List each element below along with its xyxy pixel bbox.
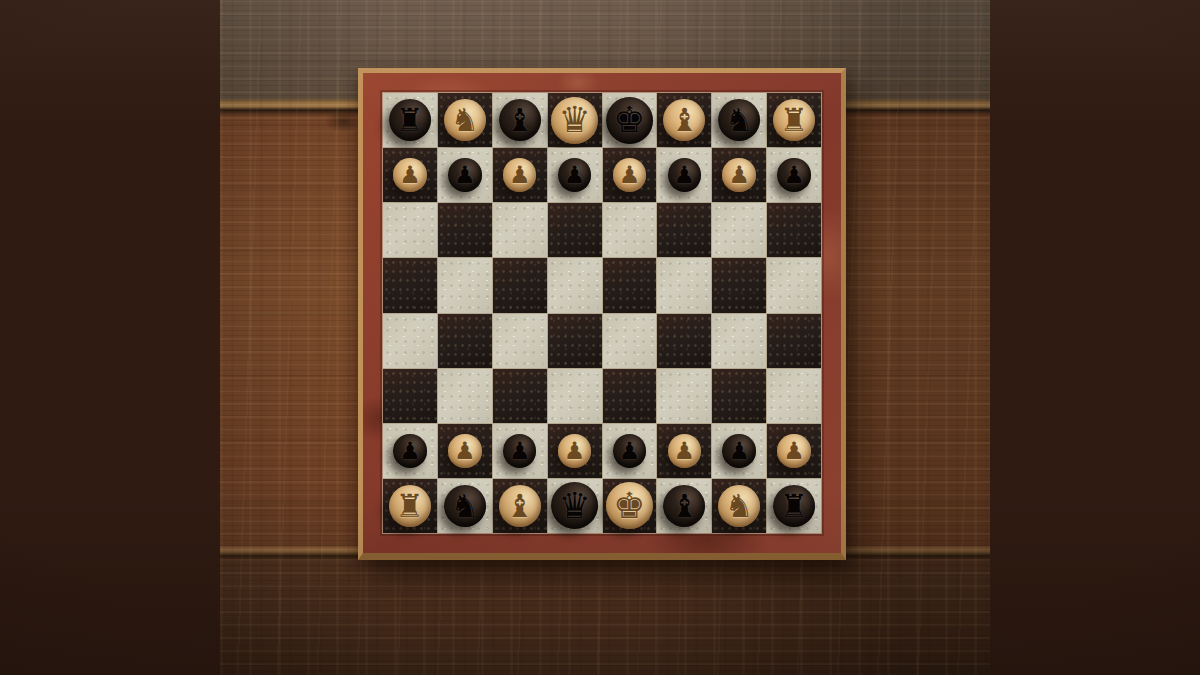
square-c2[interactable]: ♟ xyxy=(493,424,547,478)
piece-black-knight-b1[interactable]: ♞ xyxy=(444,485,486,527)
piece-white-queen-d8[interactable]: ♛ xyxy=(551,97,598,144)
square-d1[interactable]: ♛ xyxy=(548,479,602,533)
square-g5[interactable] xyxy=(712,258,766,312)
piece-black-pawn-g2[interactable]: ♟ xyxy=(722,434,755,468)
square-b5[interactable] xyxy=(438,258,492,312)
square-d3[interactable] xyxy=(548,369,602,423)
piece-black-pawn-d7[interactable]: ♟ xyxy=(558,158,591,192)
square-g3[interactable] xyxy=(712,369,766,423)
square-f3[interactable] xyxy=(657,369,711,423)
square-c1[interactable]: ♝ xyxy=(493,479,547,533)
square-g2[interactable]: ♟ xyxy=(712,424,766,478)
square-h8[interactable]: ♜ xyxy=(767,93,821,147)
square-e6[interactable] xyxy=(603,203,657,257)
square-c7[interactable]: ♟ xyxy=(493,148,547,202)
piece-black-bishop-f1[interactable]: ♝ xyxy=(663,485,705,527)
square-d8[interactable]: ♛ xyxy=(548,93,602,147)
piece-white-pawn-h2[interactable]: ♟ xyxy=(777,434,810,468)
square-d6[interactable] xyxy=(548,203,602,257)
square-f1[interactable]: ♝ xyxy=(657,479,711,533)
square-e1[interactable]: ♚ xyxy=(603,479,657,533)
square-c5[interactable] xyxy=(493,258,547,312)
piece-black-pawn-a2[interactable]: ♟ xyxy=(393,434,426,468)
piece-black-pawn-b7[interactable]: ♟ xyxy=(448,158,481,192)
square-h5[interactable] xyxy=(767,258,821,312)
square-f8[interactable]: ♝ xyxy=(657,93,711,147)
square-g4[interactable] xyxy=(712,314,766,368)
square-f5[interactable] xyxy=(657,258,711,312)
square-c3[interactable] xyxy=(493,369,547,423)
square-a2[interactable]: ♟ xyxy=(383,424,437,478)
chess-board: ♜♞♝♛♚♝♞♜♟♟♟♟♟♟♟♟♟♟♟♟♟♟♟♟♜♞♝♛♚♝♞♜ xyxy=(358,68,846,560)
piece-black-king-e8[interactable]: ♚ xyxy=(606,97,653,144)
square-d2[interactable]: ♟ xyxy=(548,424,602,478)
square-h4[interactable] xyxy=(767,314,821,368)
square-c8[interactable]: ♝ xyxy=(493,93,547,147)
piece-black-pawn-c2[interactable]: ♟ xyxy=(503,434,536,468)
piece-white-pawn-c7[interactable]: ♟ xyxy=(503,158,536,192)
square-e7[interactable]: ♟ xyxy=(603,148,657,202)
letterbox-bar-right xyxy=(990,0,1200,675)
square-f2[interactable]: ♟ xyxy=(657,424,711,478)
piece-white-knight-b8[interactable]: ♞ xyxy=(444,99,486,141)
piece-black-rook-a8[interactable]: ♜ xyxy=(389,99,431,141)
piece-white-rook-h8[interactable]: ♜ xyxy=(773,99,815,141)
square-e4[interactable] xyxy=(603,314,657,368)
letterbox-bar-left xyxy=(0,0,220,675)
piece-white-pawn-f2[interactable]: ♟ xyxy=(668,434,701,468)
square-d5[interactable] xyxy=(548,258,602,312)
square-b8[interactable]: ♞ xyxy=(438,93,492,147)
piece-black-pawn-h7[interactable]: ♟ xyxy=(777,158,810,192)
square-b3[interactable] xyxy=(438,369,492,423)
board-frame: ♜♞♝♛♚♝♞♜♟♟♟♟♟♟♟♟♟♟♟♟♟♟♟♟♜♞♝♛♚♝♞♜ xyxy=(358,68,846,560)
square-b1[interactable]: ♞ xyxy=(438,479,492,533)
piece-black-pawn-f7[interactable]: ♟ xyxy=(668,158,701,192)
square-h3[interactable] xyxy=(767,369,821,423)
piece-white-king-e1[interactable]: ♚ xyxy=(606,482,653,529)
square-a3[interactable] xyxy=(383,369,437,423)
piece-white-pawn-d2[interactable]: ♟ xyxy=(558,434,591,468)
piece-black-queen-d1[interactable]: ♛ xyxy=(551,482,598,529)
piece-white-bishop-f8[interactable]: ♝ xyxy=(663,99,705,141)
square-d4[interactable] xyxy=(548,314,602,368)
square-h7[interactable]: ♟ xyxy=(767,148,821,202)
square-h6[interactable] xyxy=(767,203,821,257)
square-b6[interactable] xyxy=(438,203,492,257)
square-g8[interactable]: ♞ xyxy=(712,93,766,147)
piece-black-pawn-e2[interactable]: ♟ xyxy=(613,434,646,468)
piece-white-bishop-c1[interactable]: ♝ xyxy=(499,485,541,527)
square-b2[interactable]: ♟ xyxy=(438,424,492,478)
square-e8[interactable]: ♚ xyxy=(603,93,657,147)
piece-black-knight-g8[interactable]: ♞ xyxy=(718,99,760,141)
square-f7[interactable]: ♟ xyxy=(657,148,711,202)
square-a4[interactable] xyxy=(383,314,437,368)
square-a6[interactable] xyxy=(383,203,437,257)
square-e5[interactable] xyxy=(603,258,657,312)
photo-scene: ♜♞♝♛♚♝♞♜♟♟♟♟♟♟♟♟♟♟♟♟♟♟♟♟♜♞♝♛♚♝♞♜ xyxy=(0,0,1200,675)
piece-white-pawn-g7[interactable]: ♟ xyxy=(722,158,755,192)
piece-white-pawn-e7[interactable]: ♟ xyxy=(613,158,646,192)
square-c6[interactable] xyxy=(493,203,547,257)
square-g7[interactable]: ♟ xyxy=(712,148,766,202)
square-c4[interactable] xyxy=(493,314,547,368)
square-b7[interactable]: ♟ xyxy=(438,148,492,202)
square-b4[interactable] xyxy=(438,314,492,368)
piece-black-rook-h1[interactable]: ♜ xyxy=(773,485,815,527)
square-h1[interactable]: ♜ xyxy=(767,479,821,533)
square-a8[interactable]: ♜ xyxy=(383,93,437,147)
square-e2[interactable]: ♟ xyxy=(603,424,657,478)
piece-white-knight-g1[interactable]: ♞ xyxy=(718,485,760,527)
square-a5[interactable] xyxy=(383,258,437,312)
square-f4[interactable] xyxy=(657,314,711,368)
square-f6[interactable] xyxy=(657,203,711,257)
square-a7[interactable]: ♟ xyxy=(383,148,437,202)
square-g1[interactable]: ♞ xyxy=(712,479,766,533)
piece-black-bishop-c8[interactable]: ♝ xyxy=(499,99,541,141)
piece-white-pawn-a7[interactable]: ♟ xyxy=(393,158,426,192)
piece-white-rook-a1[interactable]: ♜ xyxy=(389,485,431,527)
piece-white-pawn-b2[interactable]: ♟ xyxy=(448,434,481,468)
square-g6[interactable] xyxy=(712,203,766,257)
square-h2[interactable]: ♟ xyxy=(767,424,821,478)
board-grid: ♜♞♝♛♚♝♞♜♟♟♟♟♟♟♟♟♟♟♟♟♟♟♟♟♜♞♝♛♚♝♞♜ xyxy=(383,93,821,533)
square-a1[interactable]: ♜ xyxy=(383,479,437,533)
square-e3[interactable] xyxy=(603,369,657,423)
square-d7[interactable]: ♟ xyxy=(548,148,602,202)
